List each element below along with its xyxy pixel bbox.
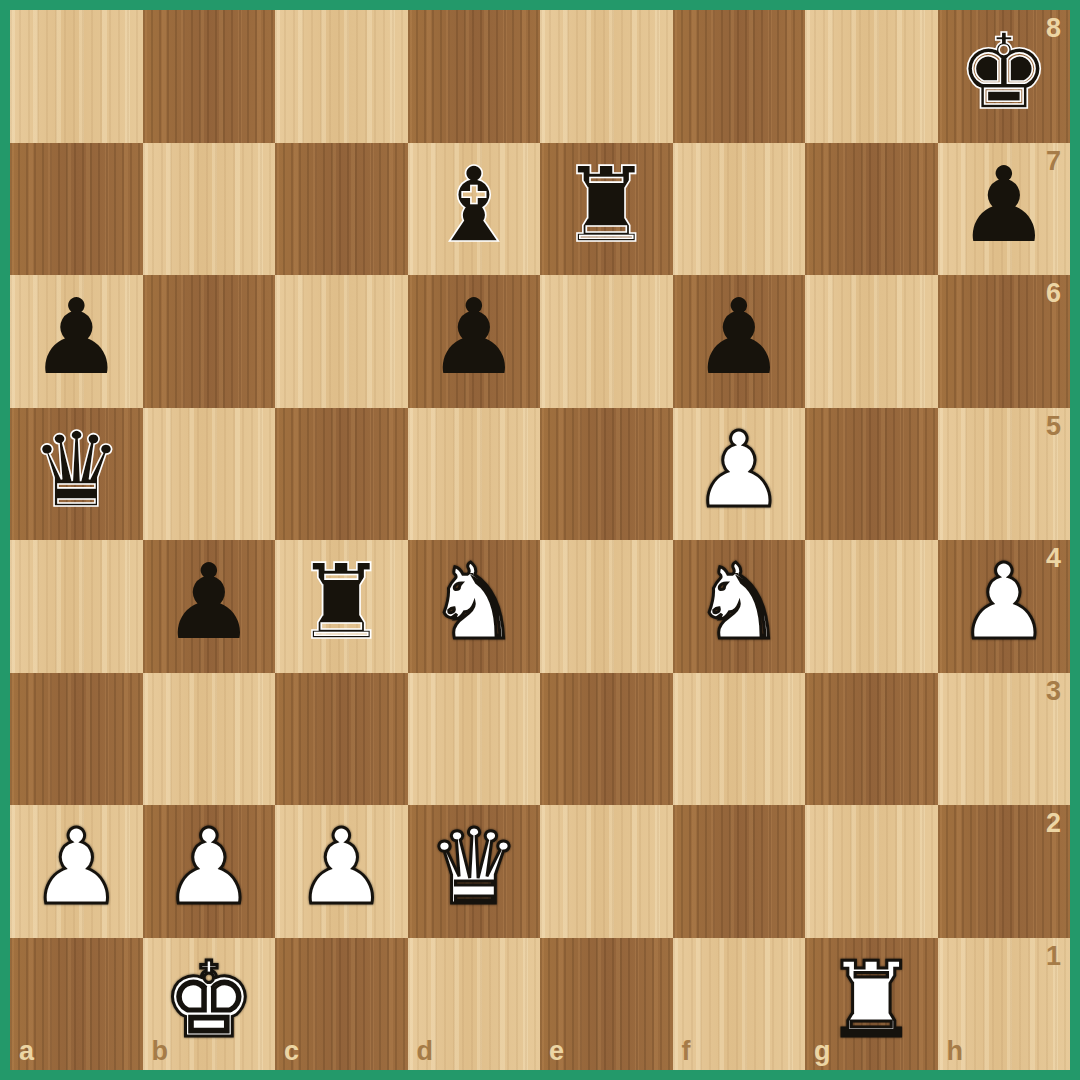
- piece-white-king[interactable]: ♚: [162, 948, 255, 1052]
- file-label-c: c: [284, 1038, 299, 1065]
- square-h3[interactable]: 3: [938, 673, 1071, 806]
- file-label-f: f: [682, 1038, 691, 1065]
- square-c5[interactable]: [275, 408, 408, 541]
- piece-black-pawn[interactable]: ♟: [162, 550, 255, 654]
- piece-black-pawn[interactable]: ♟: [957, 153, 1050, 257]
- square-d4[interactable]: ♞: [408, 540, 541, 673]
- square-h6[interactable]: 6: [938, 275, 1071, 408]
- square-g2[interactable]: [805, 805, 938, 938]
- square-e3[interactable]: [540, 673, 673, 806]
- piece-white-rook[interactable]: ♜: [825, 948, 918, 1052]
- square-f2[interactable]: [673, 805, 806, 938]
- square-c1[interactable]: c: [275, 938, 408, 1071]
- square-e2[interactable]: [540, 805, 673, 938]
- square-f8[interactable]: [673, 10, 806, 143]
- file-label-h: h: [947, 1038, 964, 1065]
- square-h1[interactable]: h1: [938, 938, 1071, 1071]
- square-b4[interactable]: ♟: [143, 540, 276, 673]
- square-e7[interactable]: ♜: [540, 143, 673, 276]
- square-h7[interactable]: ♟7: [938, 143, 1071, 276]
- square-d7[interactable]: ♝: [408, 143, 541, 276]
- square-h4[interactable]: ♟4: [938, 540, 1071, 673]
- square-e4[interactable]: [540, 540, 673, 673]
- rank-label-3: 3: [1046, 678, 1061, 705]
- file-label-g: g: [814, 1038, 831, 1065]
- square-a5[interactable]: ♛: [10, 408, 143, 541]
- square-f4[interactable]: ♞: [673, 540, 806, 673]
- square-g6[interactable]: [805, 275, 938, 408]
- square-h8[interactable]: ♚8: [938, 10, 1071, 143]
- piece-black-king[interactable]: ♚: [957, 20, 1050, 124]
- piece-black-pawn[interactable]: ♟: [692, 285, 785, 389]
- square-c4[interactable]: ♜: [275, 540, 408, 673]
- square-d6[interactable]: ♟: [408, 275, 541, 408]
- file-label-a: a: [19, 1038, 34, 1065]
- square-f3[interactable]: [673, 673, 806, 806]
- piece-black-rook[interactable]: ♜: [295, 550, 388, 654]
- square-f1[interactable]: f: [673, 938, 806, 1071]
- square-d1[interactable]: d: [408, 938, 541, 1071]
- square-b8[interactable]: [143, 10, 276, 143]
- chess-board: ♚8♝♜♟7♟♟♟6♛♟5♟♜♞♞♟43♟♟♟♛2a♚bcdef♜gh1: [10, 10, 1070, 1070]
- square-d2[interactable]: ♛: [408, 805, 541, 938]
- piece-white-pawn[interactable]: ♟: [692, 418, 785, 522]
- square-g5[interactable]: [805, 408, 938, 541]
- square-g8[interactable]: [805, 10, 938, 143]
- file-label-d: d: [417, 1038, 434, 1065]
- piece-black-queen[interactable]: ♛: [30, 418, 123, 522]
- piece-black-pawn[interactable]: ♟: [427, 285, 520, 389]
- square-b1[interactable]: ♚b: [143, 938, 276, 1071]
- square-b6[interactable]: [143, 275, 276, 408]
- file-label-e: e: [549, 1038, 564, 1065]
- square-e6[interactable]: [540, 275, 673, 408]
- square-c2[interactable]: ♟: [275, 805, 408, 938]
- square-c3[interactable]: [275, 673, 408, 806]
- piece-black-pawn[interactable]: ♟: [30, 285, 123, 389]
- square-h5[interactable]: 5: [938, 408, 1071, 541]
- square-b7[interactable]: [143, 143, 276, 276]
- square-h2[interactable]: 2: [938, 805, 1071, 938]
- rank-label-6: 6: [1046, 280, 1061, 307]
- rank-label-4: 4: [1046, 545, 1061, 572]
- square-d3[interactable]: [408, 673, 541, 806]
- square-e1[interactable]: e: [540, 938, 673, 1071]
- square-f6[interactable]: ♟: [673, 275, 806, 408]
- rank-label-1: 1: [1046, 943, 1061, 970]
- square-a6[interactable]: ♟: [10, 275, 143, 408]
- square-c6[interactable]: [275, 275, 408, 408]
- square-e8[interactable]: [540, 10, 673, 143]
- piece-white-pawn[interactable]: ♟: [162, 815, 255, 919]
- rank-label-2: 2: [1046, 810, 1061, 837]
- square-e5[interactable]: [540, 408, 673, 541]
- piece-white-knight[interactable]: ♞: [692, 550, 785, 654]
- square-g7[interactable]: [805, 143, 938, 276]
- piece-black-rook[interactable]: ♜: [560, 153, 653, 257]
- piece-white-knight[interactable]: ♞: [427, 550, 520, 654]
- square-b5[interactable]: [143, 408, 276, 541]
- square-d5[interactable]: [408, 408, 541, 541]
- square-a7[interactable]: [10, 143, 143, 276]
- square-f5[interactable]: ♟: [673, 408, 806, 541]
- square-d8[interactable]: [408, 10, 541, 143]
- rank-label-8: 8: [1046, 15, 1061, 42]
- piece-white-pawn[interactable]: ♟: [957, 550, 1050, 654]
- square-a8[interactable]: [10, 10, 143, 143]
- square-g4[interactable]: [805, 540, 938, 673]
- square-a4[interactable]: [10, 540, 143, 673]
- square-c8[interactable]: [275, 10, 408, 143]
- square-a2[interactable]: ♟: [10, 805, 143, 938]
- square-c7[interactable]: [275, 143, 408, 276]
- square-a1[interactable]: a: [10, 938, 143, 1071]
- square-b3[interactable]: [143, 673, 276, 806]
- square-b2[interactable]: ♟: [143, 805, 276, 938]
- piece-white-queen[interactable]: ♛: [427, 815, 520, 919]
- square-g3[interactable]: [805, 673, 938, 806]
- piece-white-pawn[interactable]: ♟: [30, 815, 123, 919]
- square-f7[interactable]: [673, 143, 806, 276]
- rank-label-7: 7: [1046, 148, 1061, 175]
- board-frame: ♚8♝♜♟7♟♟♟6♛♟5♟♜♞♞♟43♟♟♟♛2a♚bcdef♜gh1: [0, 0, 1080, 1080]
- square-g1[interactable]: ♜g: [805, 938, 938, 1071]
- piece-white-pawn[interactable]: ♟: [295, 815, 388, 919]
- square-a3[interactable]: [10, 673, 143, 806]
- piece-black-bishop[interactable]: ♝: [427, 153, 520, 257]
- rank-label-5: 5: [1046, 413, 1061, 440]
- file-label-b: b: [152, 1038, 169, 1065]
